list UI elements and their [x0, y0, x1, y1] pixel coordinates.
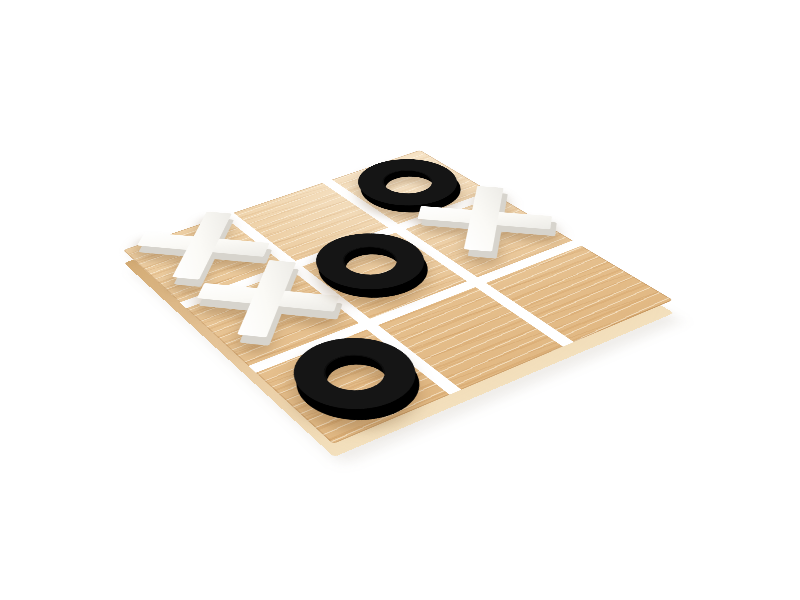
tic-tac-toe-board [123, 150, 673, 444]
product-photo-scene [0, 0, 800, 600]
board-cells [123, 150, 673, 444]
